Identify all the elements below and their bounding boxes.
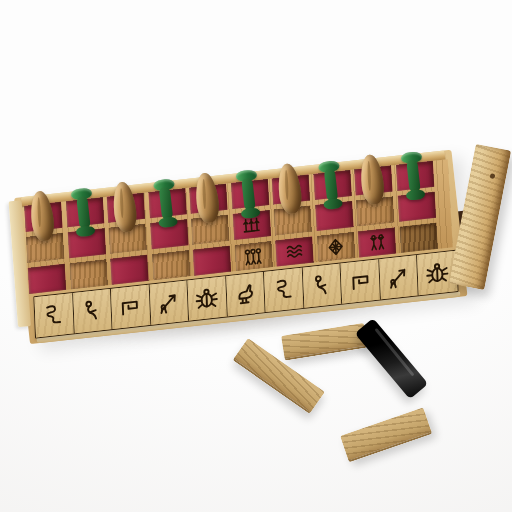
senet-square-r3c3[interactable]	[110, 255, 148, 285]
arrow-icon	[155, 286, 183, 319]
net-icon	[323, 235, 348, 260]
hieroglyph-tile-1-snake	[34, 293, 74, 337]
hieroglyph-tile-7-snake	[264, 268, 304, 312]
meander-icon	[116, 290, 144, 323]
water-icon	[282, 239, 307, 264]
hieroglyph-tile-5-scarab	[188, 276, 228, 320]
hieroglyph-tile-6-goose	[226, 272, 266, 316]
goose-icon	[231, 278, 259, 311]
nefer3-icon	[241, 244, 266, 269]
senet-square-r3c2[interactable]	[69, 259, 107, 289]
snake-icon	[40, 299, 68, 332]
scarab-icon	[193, 282, 221, 315]
snake-icon	[270, 273, 298, 306]
figure-icon	[78, 295, 106, 328]
senet-square-r3c7[interactable]	[275, 237, 313, 267]
senet-square-r3c6[interactable]	[234, 241, 272, 271]
twomen-icon	[364, 230, 389, 255]
figure-icon	[308, 269, 336, 302]
hieroglyph-tile-3-meander	[111, 285, 151, 329]
scarab-icon	[423, 256, 451, 289]
hieroglyph-tile-9-meander	[341, 259, 381, 303]
senet-square-r3c5[interactable]	[193, 246, 231, 276]
scene	[0, 0, 512, 512]
arrow-icon	[385, 261, 413, 294]
senet-square-r3c8[interactable]	[317, 232, 355, 262]
senet-square-r3c9[interactable]	[358, 227, 396, 257]
senet-square-r3c10[interactable]	[399, 223, 437, 253]
hieroglyph-tile-10-arrow	[379, 255, 419, 299]
senet-square-r3c4[interactable]	[152, 250, 190, 280]
throwing-stick-4-light[interactable]	[340, 407, 432, 462]
throwing-stick-3-dark[interactable]	[355, 318, 429, 399]
hieroglyph-tile-8-figure	[303, 264, 343, 308]
meander-icon	[346, 265, 374, 298]
hieroglyph-tile-2-figure	[73, 289, 113, 333]
senet-square-r3c1[interactable]	[28, 264, 66, 294]
hieroglyph-tile-4-arrow	[149, 280, 189, 324]
